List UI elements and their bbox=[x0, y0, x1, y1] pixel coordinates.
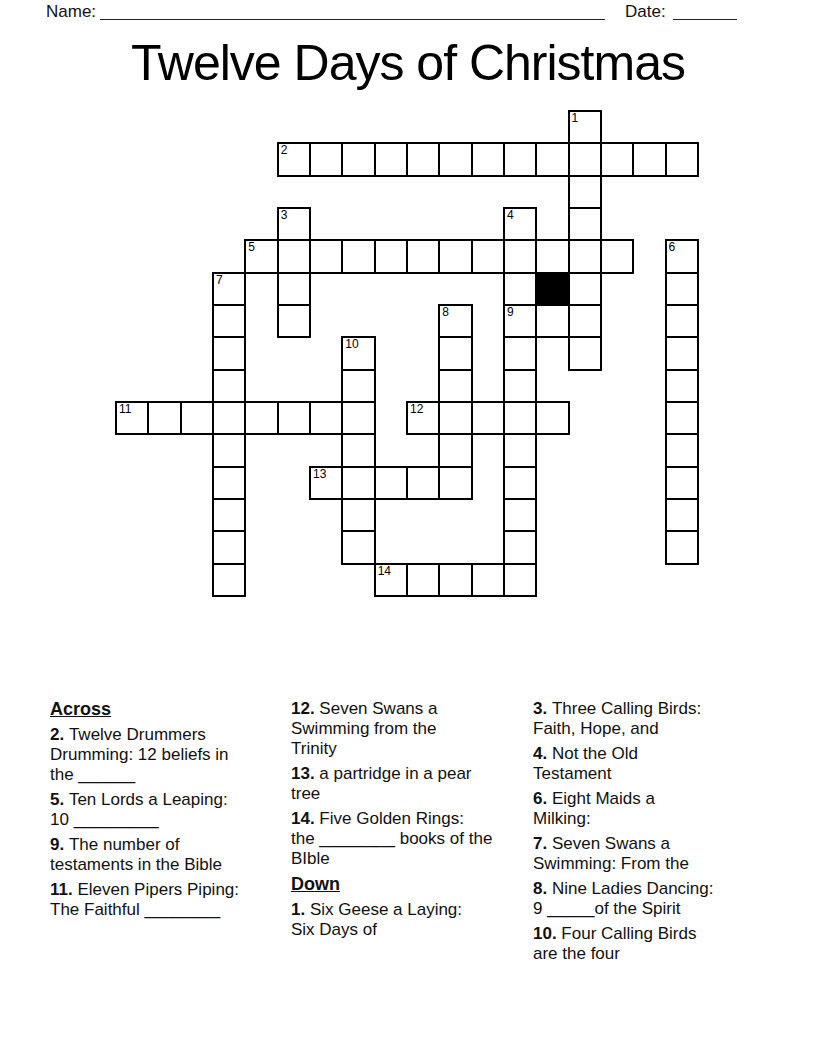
clue-2-across: 2. Twelve DrummersDrumming: 12 beliefs i… bbox=[50, 725, 282, 785]
grid-cell[interactable] bbox=[244, 401, 278, 435]
crossword-grid: 1234567891011121314 bbox=[115, 110, 697, 595]
grid-cell[interactable] bbox=[535, 401, 569, 435]
grid-cell[interactable] bbox=[535, 142, 569, 176]
grid-cell[interactable] bbox=[471, 563, 505, 597]
clue-14-across: 14. Five Golden Rings:the ________ books… bbox=[291, 809, 523, 869]
grid-cell[interactable] bbox=[438, 336, 472, 370]
clue-11-across: 11. Eleven Pipers Piping:The Faithful __… bbox=[50, 880, 282, 920]
down-header: Down bbox=[291, 874, 523, 894]
grid-cell[interactable] bbox=[374, 466, 408, 500]
clue-7-down: 7. Seven Swans aSwimming: From the bbox=[533, 834, 765, 874]
grid-cell[interactable] bbox=[665, 401, 699, 435]
grid-cell[interactable] bbox=[471, 142, 505, 176]
grid-cell[interactable] bbox=[438, 563, 472, 597]
grid-cell[interactable] bbox=[568, 272, 602, 306]
name-input-line[interactable] bbox=[100, 19, 605, 20]
grid-cell[interactable] bbox=[535, 239, 569, 273]
grid-cell[interactable] bbox=[665, 433, 699, 467]
grid-cell[interactable] bbox=[665, 304, 699, 338]
clue-number-label: 9. bbox=[50, 835, 69, 854]
grid-cell[interactable]: 1 bbox=[568, 110, 602, 144]
grid-cell[interactable] bbox=[600, 142, 634, 176]
grid-cell[interactable] bbox=[277, 272, 311, 306]
grid-cell[interactable] bbox=[212, 530, 246, 564]
clue-column-1: Across2. Twelve DrummersDrumming: 12 bel… bbox=[50, 699, 282, 925]
grid-cell[interactable] bbox=[309, 239, 343, 273]
clue-number: 6 bbox=[669, 241, 676, 254]
grid-cell[interactable] bbox=[665, 142, 699, 176]
grid-cell[interactable]: 2 bbox=[277, 142, 311, 176]
grid-cell[interactable] bbox=[503, 433, 537, 467]
clue-number: 14 bbox=[378, 565, 391, 578]
date-label: Date: bbox=[625, 2, 666, 22]
clue-5-across: 5. Ten Lords a Leaping:10 _________ bbox=[50, 790, 282, 830]
grid-cell[interactable] bbox=[341, 401, 375, 435]
clue-9-across: 9. The number oftestaments in the Bible bbox=[50, 835, 282, 875]
grid-cell[interactable] bbox=[374, 142, 408, 176]
grid-cell[interactable]: 5 bbox=[244, 239, 278, 273]
grid-cell[interactable] bbox=[309, 142, 343, 176]
grid-cell[interactable] bbox=[438, 369, 472, 403]
grid-cell[interactable]: 13 bbox=[309, 466, 343, 500]
grid-cell[interactable] bbox=[665, 369, 699, 403]
grid-cell[interactable] bbox=[341, 466, 375, 500]
clue-8-down: 8. Nine Ladies Dancing:9 _____of the Spi… bbox=[533, 879, 765, 919]
grid-cell[interactable]: 10 bbox=[341, 336, 375, 370]
clue-number: 9 bbox=[507, 306, 514, 319]
grid-cell[interactable] bbox=[471, 401, 505, 435]
grid-cell[interactable] bbox=[438, 466, 472, 500]
grid-cell[interactable] bbox=[503, 530, 537, 564]
grid-cell[interactable]: 6 bbox=[665, 239, 699, 273]
grid-cell[interactable] bbox=[503, 239, 537, 273]
across-header: Across bbox=[50, 699, 282, 719]
grid-cell[interactable]: 11 bbox=[115, 401, 149, 435]
grid-cell[interactable]: 4 bbox=[503, 207, 537, 241]
clue-number-label: 6. bbox=[533, 789, 552, 808]
grid-cell[interactable] bbox=[438, 433, 472, 467]
grid-cell[interactable] bbox=[568, 142, 602, 176]
grid-cell[interactable] bbox=[438, 401, 472, 435]
grid-cell[interactable] bbox=[406, 239, 440, 273]
grid-cell[interactable] bbox=[277, 304, 311, 338]
grid-cell[interactable] bbox=[341, 142, 375, 176]
grid-cell[interactable] bbox=[277, 239, 311, 273]
grid-cell[interactable] bbox=[665, 530, 699, 564]
grid-cell[interactable] bbox=[438, 142, 472, 176]
clue-13-across: 13. a partridge in a peartree bbox=[291, 764, 523, 804]
grid-cell[interactable] bbox=[568, 207, 602, 241]
clue-number-label: 7. bbox=[533, 834, 552, 853]
grid-cell[interactable] bbox=[180, 401, 214, 435]
clue-number: 12 bbox=[410, 403, 423, 416]
grid-cell[interactable] bbox=[503, 563, 537, 597]
grid-cell[interactable] bbox=[535, 304, 569, 338]
grid-cell[interactable] bbox=[406, 142, 440, 176]
page-title: Twelve Days of Christmas bbox=[0, 34, 816, 92]
grid-cell[interactable] bbox=[212, 466, 246, 500]
clue-1-down: 1. Six Geese a Laying:Six Days of bbox=[291, 900, 523, 940]
clue-number-label: 11. bbox=[50, 880, 77, 899]
grid-cell[interactable] bbox=[665, 336, 699, 370]
clue-4-down: 4. Not the OldTestament bbox=[533, 744, 765, 784]
grid-cell[interactable] bbox=[406, 563, 440, 597]
date-input-line[interactable] bbox=[673, 19, 737, 20]
clue-number-label: 8. bbox=[533, 879, 552, 898]
grid-cell[interactable] bbox=[503, 369, 537, 403]
clue-12-across: 12. Seven Swans aSwimming from theTrinit… bbox=[291, 699, 523, 759]
grid-cell[interactable] bbox=[503, 498, 537, 532]
grid-cell[interactable] bbox=[600, 239, 634, 273]
clue-number-label: 13. bbox=[291, 764, 319, 783]
clue-number: 5 bbox=[248, 241, 255, 254]
clue-6-down: 6. Eight Maids aMilking: bbox=[533, 789, 765, 829]
clue-10-down: 10. Four Calling Birdsare the four bbox=[533, 924, 765, 964]
grid-cell[interactable] bbox=[503, 336, 537, 370]
clue-number-label: 1. bbox=[291, 900, 310, 919]
grid-cell[interactable] bbox=[341, 369, 375, 403]
clue-number-label: 14. bbox=[291, 809, 319, 828]
grid-cell[interactable]: 14 bbox=[374, 563, 408, 597]
grid-cell[interactable]: 9 bbox=[503, 304, 537, 338]
grid-cell[interactable] bbox=[147, 401, 181, 435]
grid-cell[interactable] bbox=[212, 336, 246, 370]
grid-cell[interactable] bbox=[212, 369, 246, 403]
clue-number: 1 bbox=[572, 112, 579, 125]
grid-cell[interactable] bbox=[568, 336, 602, 370]
grid-cell[interactable] bbox=[665, 272, 699, 306]
grid-cell[interactable] bbox=[568, 175, 602, 209]
grid-cell[interactable] bbox=[632, 142, 666, 176]
clue-3-down: 3. Three Calling Birds:Faith, Hope, and bbox=[533, 699, 765, 739]
clue-number-label: 2. bbox=[50, 725, 69, 744]
grid-cell[interactable]: 3 bbox=[277, 207, 311, 241]
grid-cell[interactable] bbox=[374, 239, 408, 273]
grid-cell[interactable] bbox=[503, 142, 537, 176]
clue-number: 2 bbox=[281, 144, 288, 157]
clue-number-label: 5. bbox=[50, 790, 69, 809]
clue-number-label: 10. bbox=[533, 924, 561, 943]
grid-cell[interactable] bbox=[503, 401, 537, 435]
clue-number-label: 3. bbox=[533, 699, 552, 718]
grid-cell[interactable] bbox=[309, 401, 343, 435]
grid-cell[interactable] bbox=[665, 466, 699, 500]
grid-cell[interactable] bbox=[503, 466, 537, 500]
grid-cell[interactable] bbox=[212, 401, 246, 435]
clue-number: 10 bbox=[345, 338, 358, 351]
grid-cell[interactable] bbox=[212, 498, 246, 532]
worksheet-page: Name: Date: Twelve Days of Christmas 123… bbox=[0, 0, 816, 1056]
grid-cell[interactable] bbox=[438, 239, 472, 273]
clue-column-2: 12. Seven Swans aSwimming from theTrinit… bbox=[291, 699, 523, 945]
clue-number: 4 bbox=[507, 209, 514, 222]
grid-cell[interactable] bbox=[341, 530, 375, 564]
grid-cell[interactable]: 12 bbox=[406, 401, 440, 435]
clue-number: 11 bbox=[119, 403, 131, 416]
clue-number: 7 bbox=[216, 274, 223, 287]
grid-cell[interactable] bbox=[341, 239, 375, 273]
grid-cell[interactable] bbox=[406, 466, 440, 500]
grid-cell[interactable] bbox=[277, 401, 311, 435]
grid-cell[interactable] bbox=[212, 563, 246, 597]
clue-number-label: 12. bbox=[291, 699, 319, 718]
name-label: Name: bbox=[46, 2, 96, 22]
clue-number: 13 bbox=[313, 468, 326, 481]
grid-cell[interactable] bbox=[568, 239, 602, 273]
clue-column-3: 3. Three Calling Birds:Faith, Hope, and4… bbox=[533, 699, 765, 969]
grid-cell[interactable] bbox=[212, 433, 246, 467]
grid-cell[interactable] bbox=[568, 304, 602, 338]
clue-number: 8 bbox=[442, 306, 449, 319]
clue-number-label: 4. bbox=[533, 744, 552, 763]
grid-cell[interactable] bbox=[341, 498, 375, 532]
grid-cell[interactable] bbox=[341, 433, 375, 467]
black-cell bbox=[535, 272, 569, 306]
grid-cell[interactable] bbox=[471, 239, 505, 273]
grid-cell[interactable] bbox=[212, 304, 246, 338]
grid-cell[interactable]: 8 bbox=[438, 304, 472, 338]
grid-cell[interactable]: 7 bbox=[212, 272, 246, 306]
grid-cell[interactable] bbox=[503, 272, 537, 306]
clue-number: 3 bbox=[281, 209, 288, 222]
grid-cell[interactable] bbox=[665, 498, 699, 532]
